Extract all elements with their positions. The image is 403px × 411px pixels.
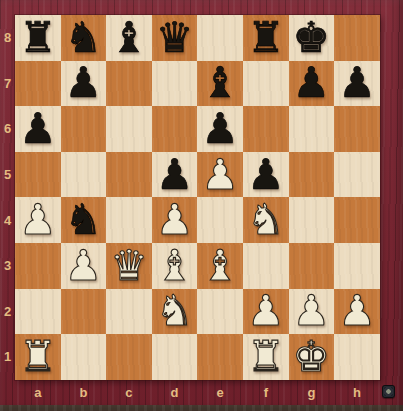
square-c3[interactable]: ♛	[106, 243, 152, 289]
rank-label-8: 8	[0, 15, 15, 61]
bottom-strip	[0, 405, 403, 411]
square-a7[interactable]	[15, 61, 61, 107]
square-b1[interactable]	[61, 334, 107, 380]
square-d7[interactable]	[152, 61, 198, 107]
square-a6[interactable]: ♟	[15, 106, 61, 152]
square-h3[interactable]	[334, 243, 380, 289]
file-label-b: b	[61, 380, 107, 405]
piece-black-pawn[interactable]: ♟	[247, 154, 285, 196]
square-e8[interactable]	[197, 15, 243, 61]
square-c4[interactable]	[106, 197, 152, 243]
square-d6[interactable]	[152, 106, 198, 152]
square-h7[interactable]: ♟	[334, 61, 380, 107]
piece-black-queen[interactable]: ♛	[156, 17, 194, 59]
square-h8[interactable]	[334, 15, 380, 61]
piece-white-rook[interactable]: ♜	[247, 336, 285, 378]
piece-black-pawn[interactable]: ♟	[338, 62, 376, 104]
square-b6[interactable]	[61, 106, 107, 152]
piece-white-knight[interactable]: ♞	[156, 290, 194, 332]
piece-black-pawn[interactable]: ♟	[156, 154, 194, 196]
square-b7[interactable]: ♟	[61, 61, 107, 107]
square-c2[interactable]	[106, 289, 152, 335]
square-f1[interactable]: ♜	[243, 334, 289, 380]
square-f7[interactable]	[243, 61, 289, 107]
square-g3[interactable]	[289, 243, 335, 289]
square-b3[interactable]: ♟	[61, 243, 107, 289]
piece-white-queen[interactable]: ♛	[110, 245, 148, 287]
square-g6[interactable]	[289, 106, 335, 152]
piece-black-pawn[interactable]: ♟	[65, 62, 103, 104]
piece-black-pawn[interactable]: ♟	[19, 108, 57, 150]
square-a5[interactable]	[15, 152, 61, 198]
settings-button[interactable]	[382, 385, 395, 398]
square-h4[interactable]	[334, 197, 380, 243]
rank-label-7: 7	[0, 61, 15, 107]
file-label-d: d	[152, 380, 198, 405]
piece-white-rook[interactable]: ♜	[19, 336, 57, 378]
piece-black-rook[interactable]: ♜	[247, 17, 285, 59]
piece-white-pawn[interactable]: ♟	[201, 154, 239, 196]
piece-white-pawn[interactable]: ♟	[156, 199, 194, 241]
square-b8[interactable]: ♞	[61, 15, 107, 61]
piece-black-pawn[interactable]: ♟	[201, 108, 239, 150]
piece-black-king[interactable]: ♚	[293, 17, 331, 59]
piece-white-pawn[interactable]: ♟	[338, 290, 376, 332]
square-b4[interactable]: ♞	[61, 197, 107, 243]
square-c1[interactable]	[106, 334, 152, 380]
file-label-f: f	[243, 380, 289, 405]
chess-board: ♜♞♝♛♜♚♟♝♟♟♟♟♟♟♟♟♞♟♞♟♛♝♝♞♟♟♟♜♜♚	[15, 15, 380, 380]
square-h5[interactable]	[334, 152, 380, 198]
square-f2[interactable]: ♟	[243, 289, 289, 335]
piece-white-pawn[interactable]: ♟	[293, 290, 331, 332]
square-e6[interactable]: ♟	[197, 106, 243, 152]
square-e7[interactable]: ♝	[197, 61, 243, 107]
square-f6[interactable]	[243, 106, 289, 152]
piece-black-knight[interactable]: ♞	[65, 17, 103, 59]
square-a1[interactable]: ♜	[15, 334, 61, 380]
file-label-c: c	[106, 380, 152, 405]
rank-label-5: 5	[0, 152, 15, 198]
square-a3[interactable]	[15, 243, 61, 289]
piece-white-pawn[interactable]: ♟	[247, 290, 285, 332]
square-d5[interactable]: ♟	[152, 152, 198, 198]
square-f3[interactable]	[243, 243, 289, 289]
square-f8[interactable]: ♜	[243, 15, 289, 61]
square-b2[interactable]	[61, 289, 107, 335]
square-g7[interactable]: ♟	[289, 61, 335, 107]
piece-white-bishop[interactable]: ♝	[156, 245, 194, 287]
square-c8[interactable]: ♝	[106, 15, 152, 61]
square-h1[interactable]	[334, 334, 380, 380]
file-label-g: g	[289, 380, 335, 405]
file-label-a: a	[15, 380, 61, 405]
chess-diagram-widget: ♜♞♝♛♜♚♟♝♟♟♟♟♟♟♟♟♞♟♞♟♛♝♝♞♟♟♟♜♜♚ 87654321 …	[0, 0, 403, 411]
rank-label-1: 1	[0, 334, 15, 380]
square-e5[interactable]: ♟	[197, 152, 243, 198]
file-label-h: h	[334, 380, 380, 405]
square-g4[interactable]	[289, 197, 335, 243]
piece-white-pawn[interactable]: ♟	[19, 199, 57, 241]
rank-label-3: 3	[0, 243, 15, 289]
square-c6[interactable]	[106, 106, 152, 152]
piece-black-rook[interactable]: ♜	[19, 17, 57, 59]
rank-label-2: 2	[0, 289, 15, 335]
piece-white-knight[interactable]: ♞	[247, 199, 285, 241]
square-a2[interactable]	[15, 289, 61, 335]
square-d3[interactable]: ♝	[152, 243, 198, 289]
piece-white-king[interactable]: ♚	[293, 336, 331, 378]
square-c7[interactable]	[106, 61, 152, 107]
piece-black-bishop[interactable]: ♝	[201, 62, 239, 104]
square-f4[interactable]: ♞	[243, 197, 289, 243]
square-a8[interactable]: ♜	[15, 15, 61, 61]
square-c5[interactable]	[106, 152, 152, 198]
piece-black-knight[interactable]: ♞	[65, 199, 103, 241]
square-f5[interactable]: ♟	[243, 152, 289, 198]
square-g2[interactable]: ♟	[289, 289, 335, 335]
piece-black-bishop[interactable]: ♝	[110, 17, 148, 59]
square-e1[interactable]	[197, 334, 243, 380]
square-e2[interactable]	[197, 289, 243, 335]
square-g1[interactable]: ♚	[289, 334, 335, 380]
rank-label-4: 4	[0, 197, 15, 243]
piece-white-pawn[interactable]: ♟	[65, 245, 103, 287]
square-h2[interactable]: ♟	[334, 289, 380, 335]
file-label-e: e	[197, 380, 243, 405]
square-e3[interactable]: ♝	[197, 243, 243, 289]
square-b5[interactable]	[61, 152, 107, 198]
square-h6[interactable]	[334, 106, 380, 152]
square-d2[interactable]: ♞	[152, 289, 198, 335]
square-e4[interactable]	[197, 197, 243, 243]
square-d1[interactable]	[152, 334, 198, 380]
piece-black-pawn[interactable]: ♟	[293, 62, 331, 104]
square-g5[interactable]	[289, 152, 335, 198]
rank-label-6: 6	[0, 106, 15, 152]
piece-white-bishop[interactable]: ♝	[201, 245, 239, 287]
square-g8[interactable]: ♚	[289, 15, 335, 61]
square-a4[interactable]: ♟	[15, 197, 61, 243]
square-d4[interactable]: ♟	[152, 197, 198, 243]
square-d8[interactable]: ♛	[152, 15, 198, 61]
